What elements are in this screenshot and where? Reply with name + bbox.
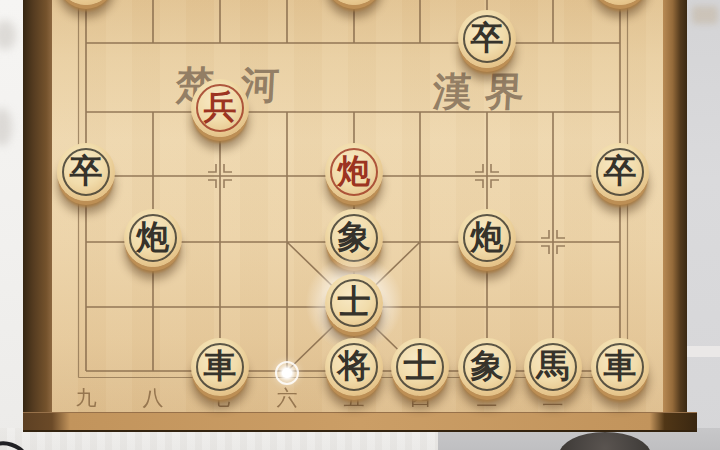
wall-smudge xyxy=(0,108,12,146)
piece-character: 炮 xyxy=(137,221,170,254)
piece-black-卒-c1r4[interactable]: 卒 xyxy=(57,143,115,201)
piece-character: 車 xyxy=(204,350,237,383)
piece-character: 将 xyxy=(338,350,371,383)
piece-character: 象 xyxy=(471,350,504,383)
background-white-band xyxy=(685,346,720,357)
piece-character: 炮 xyxy=(338,155,371,188)
piece-black-車-c3r1[interactable]: 車 xyxy=(191,338,249,396)
piece-black-士-c6r1[interactable]: 士 xyxy=(391,338,449,396)
piece-black-卒-c7r6[interactable]: 卒 xyxy=(458,10,516,68)
background-wall-right xyxy=(687,0,720,450)
piece-black-馬-c8r1[interactable]: 馬 xyxy=(524,338,582,396)
wall-smudge xyxy=(0,20,16,50)
piece-red-炮-c5r4[interactable]: 炮 xyxy=(325,143,383,201)
board-edge-right xyxy=(663,0,687,412)
piece-character: 士 xyxy=(404,350,437,383)
piece-black-炮-c7r3[interactable]: 炮 xyxy=(458,209,516,267)
piece-black-士-c5r2[interactable]: 士 xyxy=(325,274,383,332)
piece-black-将-c5r1[interactable]: 将 xyxy=(325,338,383,396)
piece-black-象-c7r1[interactable]: 象 xyxy=(458,338,516,396)
piece-character: 卒 xyxy=(70,155,103,188)
piece-character: 士 xyxy=(338,286,371,319)
piece-character: 車 xyxy=(604,350,637,383)
piece-character: 卒 xyxy=(604,155,637,188)
piece-character: 卒 xyxy=(471,22,504,55)
river-text-right: 漢界 xyxy=(432,65,539,119)
piece-character: 兵 xyxy=(204,91,237,124)
background-person-head xyxy=(559,432,651,450)
last-move-origin-dot xyxy=(268,354,306,392)
watermark-blur xyxy=(692,6,718,24)
piece-red-兵-c3r5[interactable]: 兵 xyxy=(191,79,249,137)
piece-black-炮-c2r3[interactable]: 炮 xyxy=(124,209,182,267)
board-front-edge xyxy=(23,412,697,432)
piece-character: 炮 xyxy=(471,221,504,254)
background-wall-left xyxy=(0,0,23,450)
file-label-九: 九 xyxy=(74,384,98,412)
piece-black-卒-c9r4[interactable]: 卒 xyxy=(591,143,649,201)
board-edge-left xyxy=(23,0,52,412)
video-frame: 楚河 漢界 九八七六五四三二一 兵兵兵卒兵卒炮卒炮象炮士車将士象馬車 xyxy=(0,0,720,450)
piece-character: 象 xyxy=(338,221,371,254)
piece-black-車-c9r1[interactable]: 車 xyxy=(591,338,649,396)
piece-character: 馬 xyxy=(537,350,570,383)
file-label-八: 八 xyxy=(141,384,165,412)
